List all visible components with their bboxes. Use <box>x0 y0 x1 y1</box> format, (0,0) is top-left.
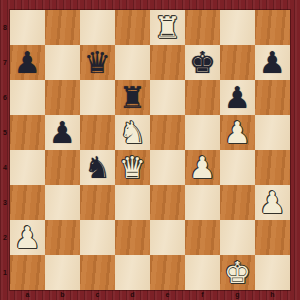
square-c8[interactable] <box>80 10 115 45</box>
file-label-h: h <box>255 290 290 300</box>
square-c3[interactable] <box>80 185 115 220</box>
square-d1[interactable] <box>115 255 150 290</box>
square-f4[interactable]: ♟ <box>185 150 220 185</box>
square-b7[interactable] <box>45 45 80 80</box>
square-a5[interactable] <box>10 115 45 150</box>
square-a2[interactable]: ♟ <box>10 220 45 255</box>
square-f6[interactable] <box>185 80 220 115</box>
square-a7[interactable]: ♟ <box>10 45 45 80</box>
square-h8[interactable] <box>255 10 290 45</box>
square-f8[interactable] <box>185 10 220 45</box>
black-rook[interactable]: ♜ <box>119 80 146 115</box>
square-f5[interactable] <box>185 115 220 150</box>
rank-label-4: 4 <box>0 150 10 185</box>
square-h7[interactable]: ♟ <box>255 45 290 80</box>
black-pawn[interactable]: ♟ <box>14 45 41 80</box>
square-e5[interactable] <box>150 115 185 150</box>
chess-board-frame: ♜♟♛♚♟♜♟♟♞♟♞♛♟♟♟♚ 87654321abcdefgh <box>0 0 300 300</box>
black-king[interactable]: ♚ <box>189 45 216 80</box>
black-pawn[interactable]: ♟ <box>49 115 76 150</box>
square-d8[interactable] <box>115 10 150 45</box>
square-f7[interactable]: ♚ <box>185 45 220 80</box>
square-g7[interactable] <box>220 45 255 80</box>
rank-label-5: 5 <box>0 115 10 150</box>
square-d4[interactable]: ♛ <box>115 150 150 185</box>
file-label-d: d <box>115 290 150 300</box>
black-pawn[interactable]: ♟ <box>224 80 251 115</box>
rank-label-1: 1 <box>0 255 10 290</box>
square-d3[interactable] <box>115 185 150 220</box>
white-pawn[interactable]: ♟ <box>224 115 251 150</box>
square-h3[interactable]: ♟ <box>255 185 290 220</box>
square-h5[interactable] <box>255 115 290 150</box>
rank-label-7: 7 <box>0 45 10 80</box>
square-e8[interactable]: ♜ <box>150 10 185 45</box>
rank-label-6: 6 <box>0 80 10 115</box>
square-a4[interactable] <box>10 150 45 185</box>
square-e3[interactable] <box>150 185 185 220</box>
square-g8[interactable] <box>220 10 255 45</box>
square-c6[interactable] <box>80 80 115 115</box>
white-pawn[interactable]: ♟ <box>189 150 216 185</box>
square-d2[interactable] <box>115 220 150 255</box>
square-b4[interactable] <box>45 150 80 185</box>
square-a6[interactable] <box>10 80 45 115</box>
square-g6[interactable]: ♟ <box>220 80 255 115</box>
square-e1[interactable] <box>150 255 185 290</box>
square-h2[interactable] <box>255 220 290 255</box>
square-g4[interactable] <box>220 150 255 185</box>
square-f1[interactable] <box>185 255 220 290</box>
square-a3[interactable] <box>10 185 45 220</box>
white-rook[interactable]: ♜ <box>154 10 181 45</box>
square-b2[interactable] <box>45 220 80 255</box>
white-pawn[interactable]: ♟ <box>14 220 41 255</box>
square-e4[interactable] <box>150 150 185 185</box>
square-e7[interactable] <box>150 45 185 80</box>
black-knight[interactable]: ♞ <box>84 150 111 185</box>
square-f3[interactable] <box>185 185 220 220</box>
square-b6[interactable] <box>45 80 80 115</box>
file-label-c: c <box>80 290 115 300</box>
square-f2[interactable] <box>185 220 220 255</box>
square-e6[interactable] <box>150 80 185 115</box>
white-queen[interactable]: ♛ <box>119 150 146 185</box>
square-b8[interactable] <box>45 10 80 45</box>
square-h1[interactable] <box>255 255 290 290</box>
file-label-f: f <box>185 290 220 300</box>
white-knight[interactable]: ♞ <box>119 115 146 150</box>
square-h6[interactable] <box>255 80 290 115</box>
square-g1[interactable]: ♚ <box>220 255 255 290</box>
white-pawn[interactable]: ♟ <box>259 185 286 220</box>
square-a1[interactable] <box>10 255 45 290</box>
rank-label-8: 8 <box>0 10 10 45</box>
square-e2[interactable] <box>150 220 185 255</box>
file-label-a: a <box>10 290 45 300</box>
square-g2[interactable] <box>220 220 255 255</box>
square-c4[interactable]: ♞ <box>80 150 115 185</box>
square-g3[interactable] <box>220 185 255 220</box>
square-d5[interactable]: ♞ <box>115 115 150 150</box>
square-g5[interactable]: ♟ <box>220 115 255 150</box>
square-d7[interactable] <box>115 45 150 80</box>
black-queen[interactable]: ♛ <box>84 45 111 80</box>
white-king[interactable]: ♚ <box>224 255 251 290</box>
rank-label-2: 2 <box>0 220 10 255</box>
square-h4[interactable] <box>255 150 290 185</box>
square-d6[interactable]: ♜ <box>115 80 150 115</box>
rank-label-3: 3 <box>0 185 10 220</box>
chess-board: ♜♟♛♚♟♜♟♟♞♟♞♛♟♟♟♚ <box>10 10 290 290</box>
square-b5[interactable]: ♟ <box>45 115 80 150</box>
file-label-e: e <box>150 290 185 300</box>
file-label-g: g <box>220 290 255 300</box>
square-c1[interactable] <box>80 255 115 290</box>
black-pawn[interactable]: ♟ <box>259 45 286 80</box>
square-c2[interactable] <box>80 220 115 255</box>
square-c5[interactable] <box>80 115 115 150</box>
square-b1[interactable] <box>45 255 80 290</box>
square-b3[interactable] <box>45 185 80 220</box>
square-c7[interactable]: ♛ <box>80 45 115 80</box>
file-label-b: b <box>45 290 80 300</box>
square-a8[interactable] <box>10 10 45 45</box>
